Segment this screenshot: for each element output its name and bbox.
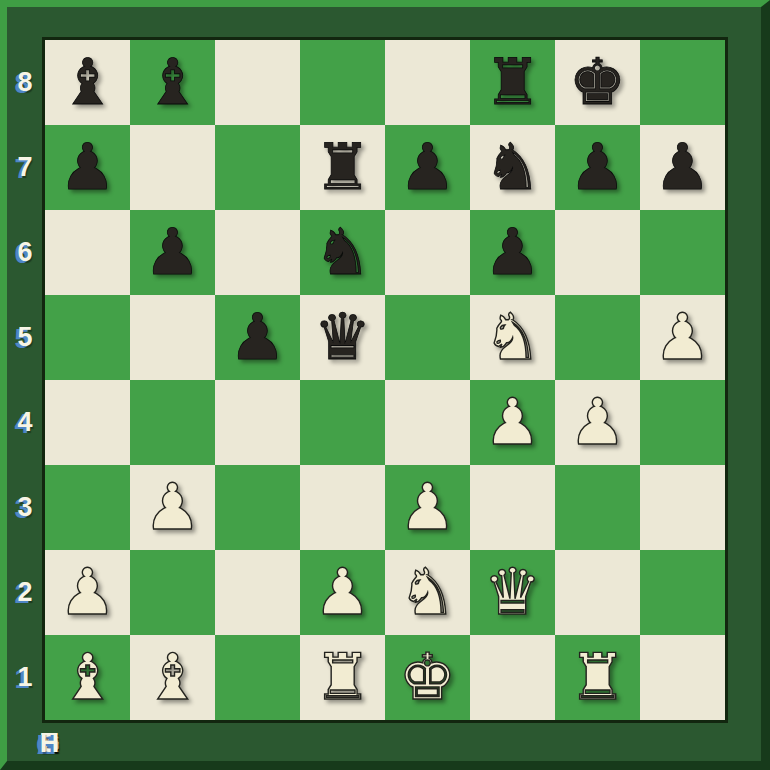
piece-white-rook[interactable]: ♜: [569, 635, 626, 720]
square-h8[interactable]: [640, 40, 725, 125]
square-h3[interactable]: [640, 465, 725, 550]
square-a6[interactable]: [45, 210, 130, 295]
piece-black-pawn[interactable]: ♟: [654, 125, 711, 210]
piece-white-pawn[interactable]: ♟: [399, 465, 456, 550]
square-c6[interactable]: [215, 210, 300, 295]
rank-label-2: 2: [9, 550, 41, 635]
piece-white-pawn[interactable]: ♟: [144, 465, 201, 550]
piece-black-pawn[interactable]: ♟: [569, 125, 626, 210]
square-f5[interactable]: ♞: [470, 295, 555, 380]
square-h2[interactable]: [640, 550, 725, 635]
square-d1[interactable]: ♜: [300, 635, 385, 720]
piece-black-pawn[interactable]: ♟: [59, 125, 116, 210]
square-d5[interactable]: ♛: [300, 295, 385, 380]
square-g2[interactable]: [555, 550, 640, 635]
square-b8[interactable]: ♝: [130, 40, 215, 125]
square-d7[interactable]: ♜: [300, 125, 385, 210]
square-g3[interactable]: [555, 465, 640, 550]
rank-label-3: 3: [9, 465, 41, 550]
piece-black-pawn[interactable]: ♟: [144, 210, 201, 295]
square-b3[interactable]: ♟: [130, 465, 215, 550]
square-b4[interactable]: [130, 380, 215, 465]
square-d8[interactable]: [300, 40, 385, 125]
piece-black-pawn[interactable]: ♟: [484, 210, 541, 295]
piece-black-pawn[interactable]: ♟: [229, 295, 286, 380]
square-e2[interactable]: ♞: [385, 550, 470, 635]
rank-label-7: 7: [9, 125, 41, 210]
square-a3[interactable]: [45, 465, 130, 550]
square-a7[interactable]: ♟: [45, 125, 130, 210]
rank-label-6: 6: [9, 210, 41, 295]
square-g1[interactable]: ♜: [555, 635, 640, 720]
square-c3[interactable]: [215, 465, 300, 550]
square-c7[interactable]: [215, 125, 300, 210]
piece-black-king[interactable]: ♚: [569, 40, 626, 125]
square-c2[interactable]: [215, 550, 300, 635]
square-b2[interactable]: [130, 550, 215, 635]
square-a2[interactable]: ♟: [45, 550, 130, 635]
square-a4[interactable]: [45, 380, 130, 465]
square-d6[interactable]: ♞: [300, 210, 385, 295]
square-b1[interactable]: ♝: [130, 635, 215, 720]
square-h4[interactable]: [640, 380, 725, 465]
piece-black-bishop[interactable]: ♝: [144, 40, 201, 125]
piece-white-pawn[interactable]: ♟: [484, 380, 541, 465]
square-h1[interactable]: [640, 635, 725, 720]
piece-white-king[interactable]: ♚: [399, 635, 456, 720]
piece-black-rook[interactable]: ♜: [484, 40, 541, 125]
square-e4[interactable]: [385, 380, 470, 465]
square-f6[interactable]: ♟: [470, 210, 555, 295]
square-g7[interactable]: ♟: [555, 125, 640, 210]
square-b6[interactable]: ♟: [130, 210, 215, 295]
piece-black-knight[interactable]: ♞: [314, 210, 371, 295]
square-c4[interactable]: [215, 380, 300, 465]
square-g5[interactable]: [555, 295, 640, 380]
piece-black-knight[interactable]: ♞: [484, 125, 541, 210]
square-h6[interactable]: [640, 210, 725, 295]
piece-black-queen[interactable]: ♛: [314, 295, 371, 380]
square-g4[interactable]: ♟: [555, 380, 640, 465]
square-f3[interactable]: [470, 465, 555, 550]
square-d2[interactable]: ♟: [300, 550, 385, 635]
rank-label-4: 4: [9, 380, 41, 465]
square-e1[interactable]: ♚: [385, 635, 470, 720]
piece-white-bishop[interactable]: ♝: [144, 635, 201, 720]
piece-black-rook[interactable]: ♜: [314, 125, 371, 210]
square-e6[interactable]: [385, 210, 470, 295]
square-b7[interactable]: [130, 125, 215, 210]
chess-board: ♝♝♜♚♟♜♟♞♟♟♟♞♟♟♛♞♟♟♟♟♟♟♟♞♛♝♝♜♚♜: [42, 37, 728, 723]
square-h5[interactable]: ♟: [640, 295, 725, 380]
piece-white-pawn[interactable]: ♟: [314, 550, 371, 635]
square-c5[interactable]: ♟: [215, 295, 300, 380]
piece-black-pawn[interactable]: ♟: [399, 125, 456, 210]
square-d4[interactable]: [300, 380, 385, 465]
square-e5[interactable]: [385, 295, 470, 380]
square-c1[interactable]: [215, 635, 300, 720]
piece-white-pawn[interactable]: ♟: [654, 295, 711, 380]
rank-label-1: 1: [9, 635, 41, 720]
square-c8[interactable]: [215, 40, 300, 125]
square-f2[interactable]: ♛: [470, 550, 555, 635]
piece-white-rook[interactable]: ♜: [314, 635, 371, 720]
square-a1[interactable]: ♝: [45, 635, 130, 720]
piece-white-knight[interactable]: ♞: [399, 550, 456, 635]
piece-black-bishop[interactable]: ♝: [59, 40, 116, 125]
piece-white-knight[interactable]: ♞: [484, 295, 541, 380]
square-f4[interactable]: ♟: [470, 380, 555, 465]
square-h7[interactable]: ♟: [640, 125, 725, 210]
square-d3[interactable]: [300, 465, 385, 550]
file-label-h: H: [7, 725, 92, 761]
piece-white-pawn[interactable]: ♟: [59, 550, 116, 635]
piece-white-bishop[interactable]: ♝: [59, 635, 116, 720]
piece-white-queen[interactable]: ♛: [484, 550, 541, 635]
square-g8[interactable]: ♚: [555, 40, 640, 125]
board-frame: 8 7 6 5 4 3 2 1 ♝♝♜♚♟♜♟♞♟♟♟♞♟♟♛♞♟♟♟♟♟♟♟♞…: [0, 0, 770, 770]
square-f1[interactable]: [470, 635, 555, 720]
rank-label-8: 8: [9, 40, 41, 125]
square-f8[interactable]: ♜: [470, 40, 555, 125]
piece-white-pawn[interactable]: ♟: [569, 380, 626, 465]
rank-label-5: 5: [9, 295, 41, 380]
square-f7[interactable]: ♞: [470, 125, 555, 210]
square-e7[interactable]: ♟: [385, 125, 470, 210]
square-a8[interactable]: ♝: [45, 40, 130, 125]
square-g6[interactable]: [555, 210, 640, 295]
square-e8[interactable]: [385, 40, 470, 125]
square-e3[interactable]: ♟: [385, 465, 470, 550]
square-b5[interactable]: [130, 295, 215, 380]
square-a5[interactable]: [45, 295, 130, 380]
